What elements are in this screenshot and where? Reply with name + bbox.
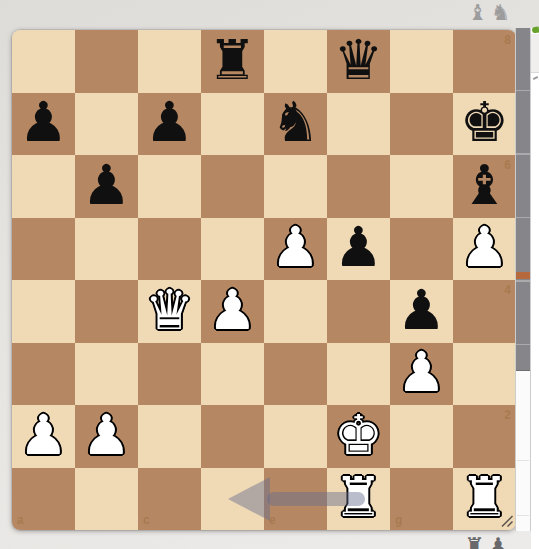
square-d4[interactable]: ♟ [201, 280, 264, 343]
square-g4[interactable]: ♟ [390, 280, 453, 343]
square-g2[interactable] [390, 405, 453, 468]
piece-white-pawn[interactable]: ♟ [19, 408, 68, 463]
captured-rook-icon: ♜ [464, 535, 485, 549]
scrollbar-marker [516, 272, 530, 279]
rank-label-3: 3 [504, 347, 511, 359]
rank-label-7: 7 [504, 97, 511, 109]
square-e3[interactable] [264, 343, 327, 406]
square-f8[interactable]: ♛ [327, 30, 390, 93]
rank-label-5: 5 [504, 222, 511, 234]
file-label-h: h [458, 514, 465, 526]
board-grid: ♜♛♟♟♞♚♟♝♟♟♟♛♟♟♟♟♟♚♜♜ [12, 30, 516, 530]
scrollbar[interactable] [515, 28, 531, 531]
file-label-a: a [17, 514, 24, 526]
square-c7[interactable]: ♟ [138, 93, 201, 156]
resize-handle-icon[interactable] [500, 514, 514, 528]
file-label-g: g [395, 514, 402, 526]
square-a8[interactable] [12, 30, 75, 93]
square-d6[interactable] [201, 155, 264, 218]
side-panel-card-edge [531, 34, 539, 73]
square-a3[interactable] [12, 343, 75, 406]
square-b8[interactable] [75, 30, 138, 93]
captured-tray-bottom: ♜♟ [464, 535, 508, 549]
square-a4[interactable] [12, 280, 75, 343]
square-c6[interactable] [138, 155, 201, 218]
piece-black-king[interactable]: ♚ [460, 95, 509, 150]
scrollbar-track-line [517, 515, 529, 516]
square-f4[interactable] [327, 280, 390, 343]
piece-white-pawn[interactable]: ♟ [82, 408, 131, 463]
square-a7[interactable]: ♟ [12, 93, 75, 156]
square-d8[interactable]: ♜ [201, 30, 264, 93]
piece-white-king[interactable]: ♚ [334, 408, 383, 463]
square-g3[interactable]: ♟ [390, 343, 453, 406]
square-b2[interactable]: ♟ [75, 405, 138, 468]
square-g7[interactable] [390, 93, 453, 156]
square-d5[interactable] [201, 218, 264, 281]
square-c2[interactable] [138, 405, 201, 468]
square-f6[interactable] [327, 155, 390, 218]
square-f7[interactable] [327, 93, 390, 156]
square-g6[interactable] [390, 155, 453, 218]
square-f2[interactable]: ♚ [327, 405, 390, 468]
square-e7[interactable]: ♞ [264, 93, 327, 156]
piece-white-rook[interactable]: ♜ [334, 470, 383, 525]
square-f5[interactable]: ♟ [327, 218, 390, 281]
file-label-e: e [269, 514, 276, 526]
square-c3[interactable] [138, 343, 201, 406]
square-e8[interactable] [264, 30, 327, 93]
file-label-b: b [80, 514, 87, 526]
square-b3[interactable] [75, 343, 138, 406]
file-label-d: d [206, 514, 213, 526]
scrollbar-thumb[interactable] [516, 28, 530, 371]
square-e2[interactable] [264, 405, 327, 468]
piece-white-pawn[interactable]: ♟ [397, 345, 446, 400]
captured-bishop-icon: ♝ [468, 2, 488, 24]
square-d7[interactable] [201, 93, 264, 156]
piece-black-pawn[interactable]: ♟ [334, 220, 383, 275]
rank-label-4: 4 [504, 284, 511, 296]
captured-tray-top: ♝♞ [468, 2, 510, 24]
square-f1[interactable]: ♜ [327, 468, 390, 531]
square-b7[interactable] [75, 93, 138, 156]
side-panel-edge [531, 28, 539, 549]
piece-black-bishop[interactable]: ♝ [460, 158, 509, 213]
captured-knight-icon: ♞ [491, 2, 511, 24]
piece-white-pawn[interactable]: ♟ [208, 283, 257, 338]
piece-black-pawn[interactable]: ♟ [145, 95, 194, 150]
rank-label-1: 1 [504, 472, 511, 484]
piece-black-queen[interactable]: ♛ [334, 33, 383, 88]
square-b6[interactable]: ♟ [75, 155, 138, 218]
piece-black-pawn[interactable]: ♟ [82, 158, 131, 213]
square-g5[interactable] [390, 218, 453, 281]
rank-label-6: 6 [504, 159, 511, 171]
piece-black-rook[interactable]: ♜ [208, 33, 257, 88]
file-label-c: c [143, 514, 150, 526]
piece-black-knight[interactable]: ♞ [271, 95, 320, 150]
scrollbar-track-line [517, 460, 529, 461]
accent-green-shape [532, 27, 539, 34]
piece-black-pawn[interactable]: ♟ [19, 95, 68, 150]
rank-label-8: 8 [504, 34, 511, 46]
square-b4[interactable] [75, 280, 138, 343]
square-d2[interactable] [201, 405, 264, 468]
piece-white-pawn[interactable]: ♟ [460, 220, 509, 275]
square-e4[interactable] [264, 280, 327, 343]
piece-white-pawn[interactable]: ♟ [271, 220, 320, 275]
square-a6[interactable] [12, 155, 75, 218]
piece-white-queen[interactable]: ♛ [145, 283, 194, 338]
piece-black-pawn[interactable]: ♟ [397, 283, 446, 338]
chess-board: ♜♛♟♟♞♚♟♝♟♟♟♛♟♟♟♟♟♚♜♜ 87654321abcdefgh [12, 30, 516, 530]
captured-pawn-icon: ♟ [488, 535, 509, 549]
square-f3[interactable] [327, 343, 390, 406]
square-a2[interactable]: ♟ [12, 405, 75, 468]
square-d3[interactable] [201, 343, 264, 406]
square-e5[interactable]: ♟ [264, 218, 327, 281]
square-c4[interactable]: ♛ [138, 280, 201, 343]
square-b5[interactable] [75, 218, 138, 281]
page: ♜♛♟♟♞♚♟♝♟♟♟♛♟♟♟♟♟♚♜♜ 87654321abcdefgh ♝♞… [0, 0, 539, 549]
square-c5[interactable] [138, 218, 201, 281]
square-g8[interactable] [390, 30, 453, 93]
file-label-f: f [332, 514, 336, 526]
square-c8[interactable] [138, 30, 201, 93]
square-e6[interactable] [264, 155, 327, 218]
rank-label-2: 2 [504, 409, 511, 421]
square-a5[interactable] [12, 218, 75, 281]
